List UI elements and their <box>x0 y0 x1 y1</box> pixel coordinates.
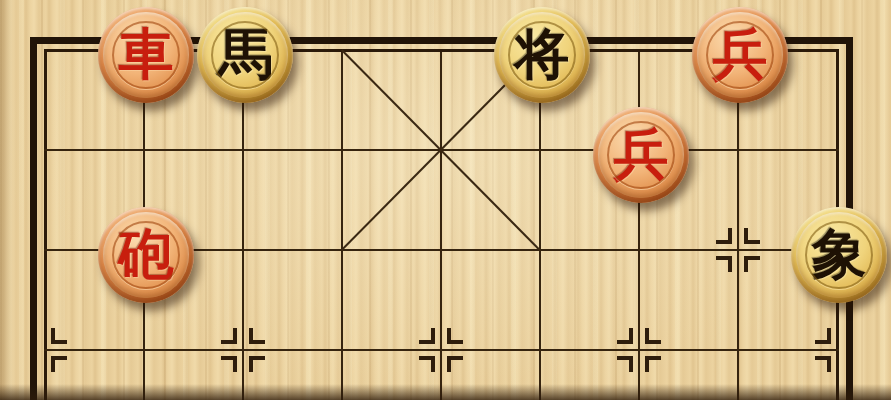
xiangqi-board: 車馬将兵兵砲象 <box>0 0 891 400</box>
piece-glyph: 兵 <box>614 127 669 182</box>
star-point-marker <box>447 356 463 372</box>
star-point-marker <box>249 328 265 344</box>
file-line-5 <box>440 50 442 400</box>
file-line-1 <box>44 50 47 400</box>
rank-line-4 <box>44 349 839 351</box>
piece-face: 車 <box>103 12 189 98</box>
piece-face: 象 <box>796 212 882 298</box>
star-point-marker <box>51 328 67 344</box>
piece-face: 兵 <box>697 12 783 98</box>
star-point-marker <box>221 356 237 372</box>
piece-face: 馬 <box>202 12 288 98</box>
file-line-7 <box>638 50 640 400</box>
star-point-marker <box>447 328 463 344</box>
star-point-marker <box>221 328 237 344</box>
star-point-marker <box>815 356 831 372</box>
star-point-marker <box>645 356 661 372</box>
star-point-marker <box>617 328 633 344</box>
left-edge-shadow <box>0 0 14 400</box>
piece-red-cannon[interactable]: 砲 <box>98 207 194 303</box>
star-point-marker <box>716 228 732 244</box>
star-point-marker <box>645 328 661 344</box>
piece-glyph: 象 <box>812 227 867 282</box>
piece-face: 砲 <box>103 212 189 298</box>
piece-red-chariot[interactable]: 車 <box>98 7 194 103</box>
star-point-marker <box>51 356 67 372</box>
file-line-4 <box>341 50 343 400</box>
piece-black-general[interactable]: 将 <box>494 7 590 103</box>
piece-black-horse[interactable]: 馬 <box>197 7 293 103</box>
piece-glyph: 兵 <box>713 27 768 82</box>
star-point-marker <box>249 356 265 372</box>
star-point-marker <box>744 256 760 272</box>
piece-glyph: 車 <box>119 27 174 82</box>
piece-glyph: 砲 <box>119 227 174 282</box>
star-point-marker <box>419 328 435 344</box>
star-point-marker <box>815 328 831 344</box>
star-point-marker <box>716 256 732 272</box>
piece-black-elephant[interactable]: 象 <box>791 207 887 303</box>
bottom-edge-shadow <box>0 384 891 400</box>
piece-face: 将 <box>499 12 585 98</box>
piece-glyph: 将 <box>515 27 570 82</box>
star-point-marker <box>419 356 435 372</box>
piece-glyph: 馬 <box>218 27 273 82</box>
piece-red-soldier[interactable]: 兵 <box>692 7 788 103</box>
piece-red-soldier[interactable]: 兵 <box>593 107 689 203</box>
piece-face: 兵 <box>598 112 684 198</box>
star-point-marker <box>744 228 760 244</box>
star-point-marker <box>617 356 633 372</box>
